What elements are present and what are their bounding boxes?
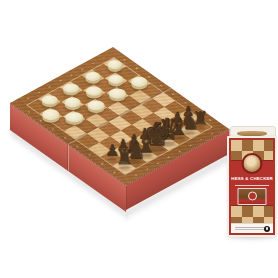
coord-label: 8: [132, 173, 139, 178]
coord-label: D: [62, 135, 69, 140]
coord-label: C: [50, 127, 57, 132]
product-photo: AABBCCDDEEFFGGHH1122334455667788 ♟♟♜♟♞♟♝…: [0, 0, 278, 278]
coord-label: E: [74, 144, 81, 149]
coord-label: B: [133, 66, 140, 71]
coord-label: F: [182, 101, 189, 106]
coord-label: 2: [197, 137, 204, 142]
coord-label: 3: [186, 143, 193, 148]
product-box: CHESS & CHECKERS: [227, 126, 277, 237]
coord-label: D: [158, 83, 165, 88]
coord-label: 4: [175, 149, 182, 154]
coord-label: 6: [46, 84, 53, 89]
coord-label: 3: [78, 67, 85, 72]
coord-label: 8: [24, 96, 31, 101]
box-title: CHESS & CHECKERS: [229, 176, 275, 181]
coord-label: C: [146, 75, 153, 80]
box-title-wrap: CHESS & CHECKERS: [229, 176, 275, 183]
box-legal-text: [235, 227, 267, 228]
coord-label: H: [207, 118, 214, 123]
coord-label: A: [121, 57, 128, 62]
coord-label: B: [37, 118, 44, 123]
coord-label: 4: [67, 73, 74, 78]
coord-label: 5: [165, 155, 172, 160]
box-board-artwork: CHESS & CHECKERS: [229, 138, 275, 235]
coord-label: G: [194, 109, 201, 114]
coord-label: 6: [154, 161, 161, 166]
die-cut-window: [242, 153, 263, 174]
coord-label: E: [170, 92, 177, 97]
fold-gap-line: [67, 145, 68, 172]
coord-label: 7: [35, 90, 42, 95]
box-subtitle-line: [235, 185, 269, 186]
mini-red-badge: [248, 191, 257, 200]
box-front-face: CHESS & CHECKERS: [227, 136, 277, 237]
coord-label: 5: [56, 78, 63, 83]
coord-label: 1: [100, 55, 107, 60]
coord-label: 1: [208, 131, 215, 136]
coord-label: 2: [89, 61, 96, 66]
coord-label: H: [111, 170, 118, 175]
age-badge-icon: [264, 226, 270, 232]
box-bottom-strip: [231, 223, 273, 233]
box-mini-photo: [238, 188, 267, 205]
coord-label: A: [25, 110, 32, 115]
box-red-band: CHESS & CHECKERS: [229, 160, 275, 206]
coord-label: G: [99, 161, 106, 166]
coord-label: F: [86, 153, 93, 158]
coord-label: 7: [143, 167, 150, 172]
